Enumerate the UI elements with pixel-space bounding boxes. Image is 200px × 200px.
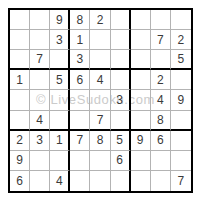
cell-r5c2[interactable]: [30, 90, 50, 110]
cell-r6c8[interactable]: 8: [151, 111, 171, 131]
cell-r5c5[interactable]: [90, 90, 110, 110]
cell-r2c2[interactable]: [30, 30, 50, 50]
cell-r3c3[interactable]: [50, 50, 70, 70]
cell-r6c6[interactable]: [111, 111, 131, 131]
cell-r3c8[interactable]: [151, 50, 171, 70]
cell-r8c4[interactable]: [70, 151, 90, 171]
cell-r9c8[interactable]: [151, 171, 171, 191]
cell-r8c1[interactable]: 9: [10, 151, 30, 171]
cell-r8c6[interactable]: 6: [111, 151, 131, 171]
cell-r4c6[interactable]: [111, 70, 131, 90]
cell-r3c9[interactable]: 5: [171, 50, 191, 70]
cell-r6c5[interactable]: 7: [90, 111, 110, 131]
sudoku-board: 9823172735156423494782317859696647: [8, 8, 193, 193]
cell-r2c3[interactable]: 3: [50, 30, 70, 50]
cell-r7c8[interactable]: 6: [151, 131, 171, 151]
cell-r7c7[interactable]: 9: [131, 131, 151, 151]
cell-r6c1[interactable]: [10, 111, 30, 131]
cell-r3c4[interactable]: 3: [70, 50, 90, 70]
cell-r7c5[interactable]: 8: [90, 131, 110, 151]
cell-r2c8[interactable]: 7: [151, 30, 171, 50]
cell-r8c3[interactable]: [50, 151, 70, 171]
cell-r9c2[interactable]: [30, 171, 50, 191]
cell-r8c2[interactable]: [30, 151, 50, 171]
cell-r4c7[interactable]: [131, 70, 151, 90]
cell-r7c4[interactable]: 7: [70, 131, 90, 151]
cell-r7c1[interactable]: 2: [10, 131, 30, 151]
cell-r6c4[interactable]: [70, 111, 90, 131]
cell-r3c5[interactable]: [90, 50, 110, 70]
cell-r3c2[interactable]: 7: [30, 50, 50, 70]
cell-r1c4[interactable]: 8: [70, 10, 90, 30]
cell-r1c5[interactable]: 2: [90, 10, 110, 30]
sudoku-page: 9823172735156423494782317859696647 © Liv…: [0, 0, 200, 200]
cell-r8c9[interactable]: [171, 151, 191, 171]
cell-r2c4[interactable]: 1: [70, 30, 90, 50]
cell-r1c3[interactable]: 9: [50, 10, 70, 30]
cell-r2c6[interactable]: [111, 30, 131, 50]
cell-r7c2[interactable]: 3: [30, 131, 50, 151]
cell-r8c5[interactable]: [90, 151, 110, 171]
cell-r9c5[interactable]: [90, 171, 110, 191]
cell-r9c7[interactable]: [131, 171, 151, 191]
cell-r2c1[interactable]: [10, 30, 30, 50]
cell-r1c9[interactable]: [171, 10, 191, 30]
cell-r3c1[interactable]: [10, 50, 30, 70]
cell-r4c1[interactable]: 1: [10, 70, 30, 90]
cell-r4c3[interactable]: 5: [50, 70, 70, 90]
cell-r6c2[interactable]: 4: [30, 111, 50, 131]
cell-r8c7[interactable]: [131, 151, 151, 171]
cell-r1c1[interactable]: [10, 10, 30, 30]
cell-r4c9[interactable]: [171, 70, 191, 90]
cell-r3c6[interactable]: [111, 50, 131, 70]
cell-r1c2[interactable]: [30, 10, 50, 30]
cell-r5c7[interactable]: [131, 90, 151, 110]
cell-r1c8[interactable]: [151, 10, 171, 30]
cell-r2c7[interactable]: [131, 30, 151, 50]
cell-r9c6[interactable]: [111, 171, 131, 191]
cell-r5c3[interactable]: [50, 90, 70, 110]
cell-r7c3[interactable]: 1: [50, 131, 70, 151]
cell-r7c6[interactable]: 5: [111, 131, 131, 151]
cell-r5c6[interactable]: 3: [111, 90, 131, 110]
cell-r7c9[interactable]: [171, 131, 191, 151]
cell-r6c9[interactable]: [171, 111, 191, 131]
cell-r6c7[interactable]: [131, 111, 151, 131]
cell-r4c8[interactable]: 2: [151, 70, 171, 90]
cell-r5c4[interactable]: [70, 90, 90, 110]
cell-r8c8[interactable]: [151, 151, 171, 171]
cell-r2c5[interactable]: [90, 30, 110, 50]
cell-r4c4[interactable]: 6: [70, 70, 90, 90]
cell-r9c9[interactable]: 7: [171, 171, 191, 191]
cell-r2c9[interactable]: 2: [171, 30, 191, 50]
cell-r3c7[interactable]: [131, 50, 151, 70]
cell-r1c6[interactable]: [111, 10, 131, 30]
cell-r5c8[interactable]: 4: [151, 90, 171, 110]
cell-r9c4[interactable]: [70, 171, 90, 191]
cell-r1c7[interactable]: [131, 10, 151, 30]
cell-r4c2[interactable]: [30, 70, 50, 90]
cell-r9c3[interactable]: 4: [50, 171, 70, 191]
cell-r9c1[interactable]: 6: [10, 171, 30, 191]
cell-r6c3[interactable]: [50, 111, 70, 131]
cell-r5c9[interactable]: 9: [171, 90, 191, 110]
cell-r4c5[interactable]: 4: [90, 70, 110, 90]
cell-r5c1[interactable]: [10, 90, 30, 110]
